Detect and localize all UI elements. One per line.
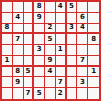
cell-r9c2[interactable] xyxy=(13,88,24,99)
cell-r4c4[interactable] xyxy=(34,34,45,45)
cell-r6c5: 9 xyxy=(45,56,56,67)
cell-r8c6: 7 xyxy=(56,77,67,88)
cell-r9c4: 5 xyxy=(34,88,45,99)
cell-r3c2[interactable] xyxy=(13,24,24,35)
cell-r6c9[interactable] xyxy=(88,56,99,67)
cell-r8c9[interactable] xyxy=(88,77,99,88)
cell-r3c9[interactable] xyxy=(88,24,99,35)
cell-r1c3[interactable] xyxy=(24,2,35,13)
cell-r3c1: 8 xyxy=(2,24,13,35)
cell-r8c3[interactable] xyxy=(24,77,35,88)
cell-r7c3: 5 xyxy=(24,67,35,78)
cell-r7c9: 1 xyxy=(88,67,99,78)
cell-r5c3[interactable] xyxy=(24,45,35,56)
cell-r7c5: 4 xyxy=(45,67,56,78)
cell-r9c1[interactable] xyxy=(2,88,13,99)
cell-r5c9[interactable] xyxy=(88,45,99,56)
cell-r4c6[interactable] xyxy=(56,34,67,45)
cell-r2c5[interactable] xyxy=(45,13,56,24)
cell-r4c2: 7 xyxy=(13,34,24,45)
cell-r6c8: 7 xyxy=(77,56,88,67)
cell-r2c4: 9 xyxy=(34,13,45,24)
cell-r7c7[interactable] xyxy=(67,67,78,78)
cell-r4c9: 8 xyxy=(88,34,99,45)
cell-r5c8[interactable] xyxy=(77,45,88,56)
cell-r5c4: 3 xyxy=(34,45,45,56)
cell-r9c5[interactable] xyxy=(45,88,56,99)
cell-r1c1[interactable] xyxy=(2,2,13,13)
cell-r2c7[interactable] xyxy=(67,13,78,24)
cell-r3c4[interactable] xyxy=(34,24,45,35)
cell-r8c5[interactable] xyxy=(45,77,56,88)
cell-r1c9[interactable] xyxy=(88,2,99,13)
cell-r7c4[interactable] xyxy=(34,67,45,78)
cell-r3c5: 2 xyxy=(45,24,56,35)
cell-r1c4: 8 xyxy=(34,2,45,13)
cell-r4c5: 5 xyxy=(45,34,56,45)
cell-r1c6: 4 xyxy=(56,2,67,13)
cell-r8c7[interactable] xyxy=(67,77,78,88)
cell-r6c6[interactable] xyxy=(56,56,67,67)
cell-r3c7: 3 xyxy=(67,24,78,35)
cell-r5c6: 1 xyxy=(56,45,67,56)
cell-r9c8[interactable] xyxy=(77,88,88,99)
cell-r9c6: 2 xyxy=(56,88,67,99)
cell-r3c8: 4 xyxy=(77,24,88,35)
cell-r8c4[interactable] xyxy=(34,77,45,88)
cell-r6c1: 1 xyxy=(2,56,13,67)
cell-r7c8[interactable] xyxy=(77,67,88,78)
cell-r4c8[interactable] xyxy=(77,34,88,45)
cell-r2c6[interactable] xyxy=(56,13,67,24)
sudoku-board: 8454968234758311978541973752 xyxy=(0,0,101,101)
cell-r4c7[interactable] xyxy=(67,34,78,45)
cell-r6c3[interactable] xyxy=(24,56,35,67)
cell-r2c2: 4 xyxy=(13,13,24,24)
cell-r2c8: 6 xyxy=(77,13,88,24)
cell-r9c7[interactable] xyxy=(67,88,78,99)
cell-r9c9[interactable] xyxy=(88,88,99,99)
cell-r1c5[interactable] xyxy=(45,2,56,13)
cell-r3c3[interactable] xyxy=(24,24,35,35)
cell-r6c4[interactable] xyxy=(34,56,45,67)
cell-r2c9[interactable] xyxy=(88,13,99,24)
cell-r8c8: 3 xyxy=(77,77,88,88)
cell-r2c1[interactable] xyxy=(2,13,13,24)
cell-r6c2[interactable] xyxy=(13,56,24,67)
cell-r1c2[interactable] xyxy=(13,2,24,13)
cell-r4c3[interactable] xyxy=(24,34,35,45)
cell-r5c7[interactable] xyxy=(67,45,78,56)
cell-r2c3[interactable] xyxy=(24,13,35,24)
cell-r5c5[interactable] xyxy=(45,45,56,56)
cell-r6c7[interactable] xyxy=(67,56,78,67)
cell-r7c1[interactable] xyxy=(2,67,13,78)
cell-r7c2: 8 xyxy=(13,67,24,78)
cell-r5c2[interactable] xyxy=(13,45,24,56)
cell-r1c7: 5 xyxy=(67,2,78,13)
cell-r8c2: 9 xyxy=(13,77,24,88)
cell-r4c1[interactable] xyxy=(2,34,13,45)
cell-r8c1[interactable] xyxy=(2,77,13,88)
cell-r7c6[interactable] xyxy=(56,67,67,78)
cell-r5c1[interactable] xyxy=(2,45,13,56)
cell-r1c8[interactable] xyxy=(77,2,88,13)
cell-r3c6[interactable] xyxy=(56,24,67,35)
cell-r9c3: 7 xyxy=(24,88,35,99)
